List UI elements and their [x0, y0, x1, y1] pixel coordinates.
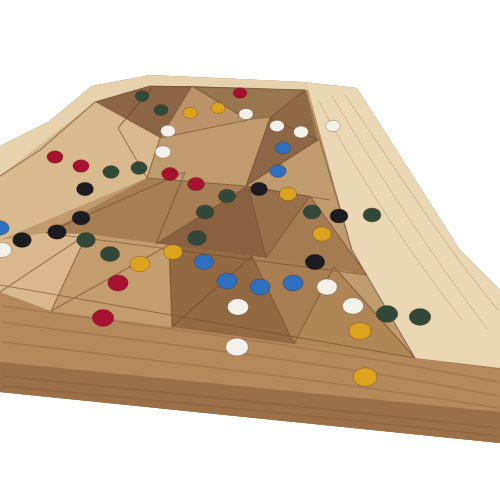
tile-dot-blue	[283, 275, 303, 291]
tile-dot-white	[294, 126, 309, 138]
tile-dot-blue	[194, 254, 214, 269]
tile-dot-black	[77, 182, 94, 195]
tile-dot-yellow	[349, 322, 371, 339]
tile-dot-red	[108, 275, 128, 291]
tile-dot-yellow	[130, 256, 150, 271]
tile-dot-green	[154, 104, 168, 115]
tile-dot-black	[330, 209, 348, 223]
tile-dot-white	[270, 120, 285, 132]
tile-dot-green	[103, 166, 119, 179]
tile-dot-white	[317, 279, 338, 295]
tile-dot-blue	[270, 165, 286, 178]
tile-dot-red	[162, 168, 179, 181]
tile-dot-red	[188, 177, 205, 190]
tile-dot-yellow	[313, 227, 332, 242]
tile-dot-green	[303, 205, 321, 219]
tile-dot-blue	[217, 273, 237, 289]
tile-dot-white	[342, 298, 363, 315]
tile-dot-red	[233, 88, 247, 99]
tile-dot-blue	[250, 279, 271, 295]
tile-dot-white	[239, 108, 253, 119]
tile-dot-green	[218, 189, 235, 203]
tile-dot-red	[47, 151, 63, 163]
tile-dot-black	[251, 182, 268, 195]
tile-dot-black	[305, 254, 325, 269]
tile-dot-white	[227, 299, 248, 316]
rail-dot-green	[363, 208, 381, 222]
rail-dot-green	[409, 309, 431, 326]
rail-dot-yellow	[353, 368, 377, 387]
product-photo-scene	[0, 0, 500, 500]
rail-dot-white	[326, 120, 341, 132]
tile-dot-green	[131, 162, 147, 175]
tile-dot-blue	[275, 142, 291, 154]
tile-dot-white	[161, 125, 176, 137]
tile-dot-green	[196, 205, 214, 219]
tile-dot-green	[100, 246, 119, 261]
tile-dot-yellow	[163, 245, 182, 260]
tile-dot-yellow	[211, 103, 225, 114]
rail-dot-red	[92, 310, 114, 327]
rail-dot-white	[226, 338, 249, 356]
tile-dot-green	[77, 233, 96, 248]
tile-dot-black	[72, 211, 90, 225]
tile-dot-green	[188, 231, 207, 246]
tile-dot-black	[13, 233, 32, 248]
tile-dot-green	[135, 91, 149, 102]
tile-dot-yellow	[183, 107, 197, 118]
tile-dot-white	[155, 146, 171, 158]
tile-dot-red	[73, 160, 89, 173]
board-svg	[0, 0, 500, 500]
tile-dot-green	[376, 306, 398, 323]
tile-dot-black	[48, 225, 67, 240]
tile-dot-yellow	[279, 187, 296, 200]
